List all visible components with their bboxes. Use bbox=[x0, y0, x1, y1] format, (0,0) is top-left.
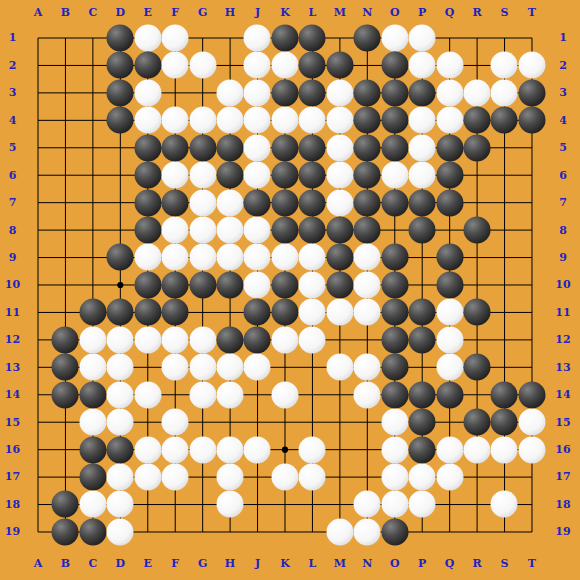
intersection-T14[interactable] bbox=[518, 381, 545, 408]
intersection-K4[interactable] bbox=[271, 107, 298, 134]
intersection-P7[interactable] bbox=[408, 189, 435, 216]
intersection-P3[interactable] bbox=[408, 79, 435, 106]
intersection-D11[interactable] bbox=[107, 299, 134, 326]
intersection-H14[interactable] bbox=[216, 381, 243, 408]
intersection-C7[interactable] bbox=[79, 189, 106, 216]
intersection-Q13[interactable] bbox=[436, 354, 463, 381]
intersection-E4[interactable] bbox=[134, 107, 161, 134]
intersection-O5[interactable] bbox=[381, 134, 408, 161]
intersection-M3[interactable] bbox=[326, 79, 353, 106]
intersection-A3[interactable] bbox=[24, 79, 51, 106]
intersection-R17[interactable] bbox=[463, 463, 490, 490]
intersection-N5[interactable] bbox=[354, 134, 381, 161]
intersection-S5[interactable] bbox=[491, 134, 518, 161]
intersection-D15[interactable] bbox=[107, 408, 134, 435]
intersection-Q16[interactable] bbox=[436, 436, 463, 463]
intersection-J14[interactable] bbox=[244, 381, 271, 408]
intersection-A5[interactable] bbox=[24, 134, 51, 161]
intersection-P8[interactable] bbox=[408, 216, 435, 243]
intersection-J17[interactable] bbox=[244, 463, 271, 490]
intersection-F4[interactable] bbox=[161, 107, 188, 134]
intersection-Q4[interactable] bbox=[436, 107, 463, 134]
intersection-L11[interactable] bbox=[299, 299, 326, 326]
intersection-P19[interactable] bbox=[408, 518, 435, 545]
intersection-A15[interactable] bbox=[24, 408, 51, 435]
intersection-T18[interactable] bbox=[518, 491, 545, 518]
intersection-H3[interactable] bbox=[216, 79, 243, 106]
intersection-K19[interactable] bbox=[271, 518, 298, 545]
intersection-S16[interactable] bbox=[491, 436, 518, 463]
intersection-M1[interactable] bbox=[326, 24, 353, 51]
intersection-J19[interactable] bbox=[244, 518, 271, 545]
intersection-T19[interactable] bbox=[518, 518, 545, 545]
intersection-L2[interactable] bbox=[299, 52, 326, 79]
intersection-S19[interactable] bbox=[491, 518, 518, 545]
intersection-A11[interactable] bbox=[24, 299, 51, 326]
intersection-S8[interactable] bbox=[491, 216, 518, 243]
intersection-L14[interactable] bbox=[299, 381, 326, 408]
intersection-P9[interactable] bbox=[408, 244, 435, 271]
intersection-F6[interactable] bbox=[161, 161, 188, 188]
intersection-T4[interactable] bbox=[518, 107, 545, 134]
intersection-K7[interactable] bbox=[271, 189, 298, 216]
intersection-N12[interactable] bbox=[354, 326, 381, 353]
intersection-F10[interactable] bbox=[161, 271, 188, 298]
intersection-G7[interactable] bbox=[189, 189, 216, 216]
intersection-G8[interactable] bbox=[189, 216, 216, 243]
intersection-T16[interactable] bbox=[518, 436, 545, 463]
intersection-A7[interactable] bbox=[24, 189, 51, 216]
intersection-T2[interactable] bbox=[518, 52, 545, 79]
intersection-K5[interactable] bbox=[271, 134, 298, 161]
intersection-K8[interactable] bbox=[271, 216, 298, 243]
intersection-M9[interactable] bbox=[326, 244, 353, 271]
intersection-E11[interactable] bbox=[134, 299, 161, 326]
intersection-A16[interactable] bbox=[24, 436, 51, 463]
intersection-B16[interactable] bbox=[52, 436, 79, 463]
intersection-F14[interactable] bbox=[161, 381, 188, 408]
intersection-L13[interactable] bbox=[299, 354, 326, 381]
intersection-R3[interactable] bbox=[463, 79, 490, 106]
intersection-C8[interactable] bbox=[79, 216, 106, 243]
intersection-D9[interactable] bbox=[107, 244, 134, 271]
intersection-S14[interactable] bbox=[491, 381, 518, 408]
intersection-K12[interactable] bbox=[271, 326, 298, 353]
intersection-T7[interactable] bbox=[518, 189, 545, 216]
intersection-O2[interactable] bbox=[381, 52, 408, 79]
intersection-R7[interactable] bbox=[463, 189, 490, 216]
intersection-O16[interactable] bbox=[381, 436, 408, 463]
intersection-Q18[interactable] bbox=[436, 491, 463, 518]
intersection-O1[interactable] bbox=[381, 24, 408, 51]
intersection-L4[interactable] bbox=[299, 107, 326, 134]
intersection-G16[interactable] bbox=[189, 436, 216, 463]
intersection-F9[interactable] bbox=[161, 244, 188, 271]
intersection-F17[interactable] bbox=[161, 463, 188, 490]
intersection-P1[interactable] bbox=[408, 24, 435, 51]
intersection-M2[interactable] bbox=[326, 52, 353, 79]
intersection-H19[interactable] bbox=[216, 518, 243, 545]
intersection-B15[interactable] bbox=[52, 408, 79, 435]
intersection-E12[interactable] bbox=[134, 326, 161, 353]
intersection-O15[interactable] bbox=[381, 408, 408, 435]
intersection-C6[interactable] bbox=[79, 161, 106, 188]
intersection-M11[interactable] bbox=[326, 299, 353, 326]
intersection-L19[interactable] bbox=[299, 518, 326, 545]
intersection-H13[interactable] bbox=[216, 354, 243, 381]
intersection-A14[interactable] bbox=[24, 381, 51, 408]
intersection-F11[interactable] bbox=[161, 299, 188, 326]
intersection-B14[interactable] bbox=[52, 381, 79, 408]
intersection-L7[interactable] bbox=[299, 189, 326, 216]
intersection-K14[interactable] bbox=[271, 381, 298, 408]
intersection-R2[interactable] bbox=[463, 52, 490, 79]
intersection-T13[interactable] bbox=[518, 354, 545, 381]
intersection-T8[interactable] bbox=[518, 216, 545, 243]
intersection-R14[interactable] bbox=[463, 381, 490, 408]
intersection-B13[interactable] bbox=[52, 354, 79, 381]
intersection-D14[interactable] bbox=[107, 381, 134, 408]
intersection-K11[interactable] bbox=[271, 299, 298, 326]
intersection-R19[interactable] bbox=[463, 518, 490, 545]
intersection-D19[interactable] bbox=[107, 518, 134, 545]
intersection-P2[interactable] bbox=[408, 52, 435, 79]
intersection-J16[interactable] bbox=[244, 436, 271, 463]
intersection-T1[interactable] bbox=[518, 24, 545, 51]
intersection-J4[interactable] bbox=[244, 107, 271, 134]
intersection-Q15[interactable] bbox=[436, 408, 463, 435]
intersection-Q17[interactable] bbox=[436, 463, 463, 490]
intersection-J8[interactable] bbox=[244, 216, 271, 243]
intersection-N14[interactable] bbox=[354, 381, 381, 408]
intersection-O17[interactable] bbox=[381, 463, 408, 490]
intersection-R1[interactable] bbox=[463, 24, 490, 51]
intersection-O3[interactable] bbox=[381, 79, 408, 106]
intersection-J13[interactable] bbox=[244, 354, 271, 381]
intersection-S13[interactable] bbox=[491, 354, 518, 381]
intersection-T11[interactable] bbox=[518, 299, 545, 326]
intersection-O10[interactable] bbox=[381, 271, 408, 298]
intersection-M12[interactable] bbox=[326, 326, 353, 353]
intersection-M6[interactable] bbox=[326, 161, 353, 188]
intersection-P4[interactable] bbox=[408, 107, 435, 134]
intersection-S6[interactable] bbox=[491, 161, 518, 188]
intersection-N8[interactable] bbox=[354, 216, 381, 243]
intersection-O12[interactable] bbox=[381, 326, 408, 353]
intersection-Q5[interactable] bbox=[436, 134, 463, 161]
intersection-G18[interactable] bbox=[189, 491, 216, 518]
intersection-S10[interactable] bbox=[491, 271, 518, 298]
intersection-N2[interactable] bbox=[354, 52, 381, 79]
intersection-G17[interactable] bbox=[189, 463, 216, 490]
intersection-C13[interactable] bbox=[79, 354, 106, 381]
intersection-A19[interactable] bbox=[24, 518, 51, 545]
intersection-D18[interactable] bbox=[107, 491, 134, 518]
intersection-D12[interactable] bbox=[107, 326, 134, 353]
intersection-P5[interactable] bbox=[408, 134, 435, 161]
intersection-B12[interactable] bbox=[52, 326, 79, 353]
intersection-C18[interactable] bbox=[79, 491, 106, 518]
intersection-C11[interactable] bbox=[79, 299, 106, 326]
intersection-Q2[interactable] bbox=[436, 52, 463, 79]
intersection-A12[interactable] bbox=[24, 326, 51, 353]
intersection-H6[interactable] bbox=[216, 161, 243, 188]
intersection-F2[interactable] bbox=[161, 52, 188, 79]
intersection-D13[interactable] bbox=[107, 354, 134, 381]
intersection-M15[interactable] bbox=[326, 408, 353, 435]
intersection-S15[interactable] bbox=[491, 408, 518, 435]
intersection-E7[interactable] bbox=[134, 189, 161, 216]
intersection-C10[interactable] bbox=[79, 271, 106, 298]
intersection-F18[interactable] bbox=[161, 491, 188, 518]
intersection-O9[interactable] bbox=[381, 244, 408, 271]
intersection-J3[interactable] bbox=[244, 79, 271, 106]
intersection-N6[interactable] bbox=[354, 161, 381, 188]
intersection-R4[interactable] bbox=[463, 107, 490, 134]
intersection-H18[interactable] bbox=[216, 491, 243, 518]
intersection-J9[interactable] bbox=[244, 244, 271, 271]
intersection-H7[interactable] bbox=[216, 189, 243, 216]
intersection-L9[interactable] bbox=[299, 244, 326, 271]
intersection-R12[interactable] bbox=[463, 326, 490, 353]
intersection-J11[interactable] bbox=[244, 299, 271, 326]
intersection-C3[interactable] bbox=[79, 79, 106, 106]
intersection-B1[interactable] bbox=[52, 24, 79, 51]
intersection-N13[interactable] bbox=[354, 354, 381, 381]
intersection-B19[interactable] bbox=[52, 518, 79, 545]
intersection-A8[interactable] bbox=[24, 216, 51, 243]
intersection-D3[interactable] bbox=[107, 79, 134, 106]
intersection-H2[interactable] bbox=[216, 52, 243, 79]
intersection-P10[interactable] bbox=[408, 271, 435, 298]
intersection-E2[interactable] bbox=[134, 52, 161, 79]
intersection-C14[interactable] bbox=[79, 381, 106, 408]
intersection-F12[interactable] bbox=[161, 326, 188, 353]
intersection-G1[interactable] bbox=[189, 24, 216, 51]
intersection-A17[interactable] bbox=[24, 463, 51, 490]
intersection-N17[interactable] bbox=[354, 463, 381, 490]
intersection-B6[interactable] bbox=[52, 161, 79, 188]
intersection-J15[interactable] bbox=[244, 408, 271, 435]
intersection-P18[interactable] bbox=[408, 491, 435, 518]
intersection-P17[interactable] bbox=[408, 463, 435, 490]
intersection-G9[interactable] bbox=[189, 244, 216, 271]
intersection-T3[interactable] bbox=[518, 79, 545, 106]
intersection-Q19[interactable] bbox=[436, 518, 463, 545]
intersection-D1[interactable] bbox=[107, 24, 134, 51]
intersection-N18[interactable] bbox=[354, 491, 381, 518]
intersection-G4[interactable] bbox=[189, 107, 216, 134]
intersection-K15[interactable] bbox=[271, 408, 298, 435]
intersection-B7[interactable] bbox=[52, 189, 79, 216]
intersection-L12[interactable] bbox=[299, 326, 326, 353]
intersection-S17[interactable] bbox=[491, 463, 518, 490]
intersection-H12[interactable] bbox=[216, 326, 243, 353]
intersection-S4[interactable] bbox=[491, 107, 518, 134]
intersection-C4[interactable] bbox=[79, 107, 106, 134]
intersection-L1[interactable] bbox=[299, 24, 326, 51]
intersection-H15[interactable] bbox=[216, 408, 243, 435]
intersection-N4[interactable] bbox=[354, 107, 381, 134]
intersection-H4[interactable] bbox=[216, 107, 243, 134]
intersection-M8[interactable] bbox=[326, 216, 353, 243]
intersection-R6[interactable] bbox=[463, 161, 490, 188]
intersection-D8[interactable] bbox=[107, 216, 134, 243]
intersection-O8[interactable] bbox=[381, 216, 408, 243]
intersection-R9[interactable] bbox=[463, 244, 490, 271]
intersection-K10[interactable] bbox=[271, 271, 298, 298]
intersection-K2[interactable] bbox=[271, 52, 298, 79]
intersection-T15[interactable] bbox=[518, 408, 545, 435]
intersection-H8[interactable] bbox=[216, 216, 243, 243]
intersection-D7[interactable] bbox=[107, 189, 134, 216]
intersection-G6[interactable] bbox=[189, 161, 216, 188]
intersection-E14[interactable] bbox=[134, 381, 161, 408]
intersection-N7[interactable] bbox=[354, 189, 381, 216]
intersection-S9[interactable] bbox=[491, 244, 518, 271]
intersection-H11[interactable] bbox=[216, 299, 243, 326]
intersection-R8[interactable] bbox=[463, 216, 490, 243]
intersection-Q11[interactable] bbox=[436, 299, 463, 326]
intersection-L8[interactable] bbox=[299, 216, 326, 243]
intersection-E19[interactable] bbox=[134, 518, 161, 545]
intersection-F7[interactable] bbox=[161, 189, 188, 216]
intersection-R5[interactable] bbox=[463, 134, 490, 161]
intersection-Q12[interactable] bbox=[436, 326, 463, 353]
intersection-H9[interactable] bbox=[216, 244, 243, 271]
intersection-B4[interactable] bbox=[52, 107, 79, 134]
intersection-M4[interactable] bbox=[326, 107, 353, 134]
intersection-M19[interactable] bbox=[326, 518, 353, 545]
intersection-D4[interactable] bbox=[107, 107, 134, 134]
intersection-E1[interactable] bbox=[134, 24, 161, 51]
intersection-B9[interactable] bbox=[52, 244, 79, 271]
intersection-K6[interactable] bbox=[271, 161, 298, 188]
intersection-R11[interactable] bbox=[463, 299, 490, 326]
intersection-E13[interactable] bbox=[134, 354, 161, 381]
intersection-B8[interactable] bbox=[52, 216, 79, 243]
intersection-T5[interactable] bbox=[518, 134, 545, 161]
intersection-S2[interactable] bbox=[491, 52, 518, 79]
intersection-D16[interactable] bbox=[107, 436, 134, 463]
intersection-O14[interactable] bbox=[381, 381, 408, 408]
intersection-N15[interactable] bbox=[354, 408, 381, 435]
intersection-S7[interactable] bbox=[491, 189, 518, 216]
intersection-J18[interactable] bbox=[244, 491, 271, 518]
intersection-Q3[interactable] bbox=[436, 79, 463, 106]
intersection-T10[interactable] bbox=[518, 271, 545, 298]
intersection-T9[interactable] bbox=[518, 244, 545, 271]
intersection-P11[interactable] bbox=[408, 299, 435, 326]
intersection-E8[interactable] bbox=[134, 216, 161, 243]
intersection-C19[interactable] bbox=[79, 518, 106, 545]
intersection-H1[interactable] bbox=[216, 24, 243, 51]
intersection-O11[interactable] bbox=[381, 299, 408, 326]
intersection-G5[interactable] bbox=[189, 134, 216, 161]
intersection-E6[interactable] bbox=[134, 161, 161, 188]
intersection-E9[interactable] bbox=[134, 244, 161, 271]
intersection-P15[interactable] bbox=[408, 408, 435, 435]
intersection-B5[interactable] bbox=[52, 134, 79, 161]
intersection-E10[interactable] bbox=[134, 271, 161, 298]
intersection-A1[interactable] bbox=[24, 24, 51, 51]
intersection-G3[interactable] bbox=[189, 79, 216, 106]
intersection-D5[interactable] bbox=[107, 134, 134, 161]
intersection-B18[interactable] bbox=[52, 491, 79, 518]
intersection-G15[interactable] bbox=[189, 408, 216, 435]
intersection-O6[interactable] bbox=[381, 161, 408, 188]
intersection-Q8[interactable] bbox=[436, 216, 463, 243]
intersection-M17[interactable] bbox=[326, 463, 353, 490]
intersection-B2[interactable] bbox=[52, 52, 79, 79]
intersection-F8[interactable] bbox=[161, 216, 188, 243]
intersection-J10[interactable] bbox=[244, 271, 271, 298]
intersection-T12[interactable] bbox=[518, 326, 545, 353]
intersection-F19[interactable] bbox=[161, 518, 188, 545]
intersection-A9[interactable] bbox=[24, 244, 51, 271]
intersection-B3[interactable] bbox=[52, 79, 79, 106]
intersection-J1[interactable] bbox=[244, 24, 271, 51]
intersection-K17[interactable] bbox=[271, 463, 298, 490]
intersection-M5[interactable] bbox=[326, 134, 353, 161]
intersection-H16[interactable] bbox=[216, 436, 243, 463]
intersection-R10[interactable] bbox=[463, 271, 490, 298]
intersection-F1[interactable] bbox=[161, 24, 188, 51]
intersection-H17[interactable] bbox=[216, 463, 243, 490]
intersection-A13[interactable] bbox=[24, 354, 51, 381]
intersection-G11[interactable] bbox=[189, 299, 216, 326]
intersection-K9[interactable] bbox=[271, 244, 298, 271]
intersection-B10[interactable] bbox=[52, 271, 79, 298]
intersection-F13[interactable] bbox=[161, 354, 188, 381]
intersection-E17[interactable] bbox=[134, 463, 161, 490]
intersection-L17[interactable] bbox=[299, 463, 326, 490]
intersection-A4[interactable] bbox=[24, 107, 51, 134]
intersection-Q7[interactable] bbox=[436, 189, 463, 216]
intersection-C17[interactable] bbox=[79, 463, 106, 490]
intersection-F16[interactable] bbox=[161, 436, 188, 463]
intersection-J2[interactable] bbox=[244, 52, 271, 79]
intersection-H10[interactable] bbox=[216, 271, 243, 298]
intersection-G10[interactable] bbox=[189, 271, 216, 298]
intersection-D6[interactable] bbox=[107, 161, 134, 188]
intersection-G19[interactable] bbox=[189, 518, 216, 545]
intersection-E15[interactable] bbox=[134, 408, 161, 435]
intersection-S12[interactable] bbox=[491, 326, 518, 353]
intersection-S3[interactable] bbox=[491, 79, 518, 106]
intersection-R15[interactable] bbox=[463, 408, 490, 435]
intersection-G2[interactable] bbox=[189, 52, 216, 79]
intersection-L5[interactable] bbox=[299, 134, 326, 161]
intersection-P16[interactable] bbox=[408, 436, 435, 463]
intersection-E5[interactable] bbox=[134, 134, 161, 161]
intersection-B11[interactable] bbox=[52, 299, 79, 326]
intersection-C1[interactable] bbox=[79, 24, 106, 51]
intersection-Q9[interactable] bbox=[436, 244, 463, 271]
intersection-C9[interactable] bbox=[79, 244, 106, 271]
intersection-J6[interactable] bbox=[244, 161, 271, 188]
intersection-C12[interactable] bbox=[79, 326, 106, 353]
intersection-O7[interactable] bbox=[381, 189, 408, 216]
intersection-C16[interactable] bbox=[79, 436, 106, 463]
intersection-F15[interactable] bbox=[161, 408, 188, 435]
intersection-P14[interactable] bbox=[408, 381, 435, 408]
intersection-R18[interactable] bbox=[463, 491, 490, 518]
intersection-R16[interactable] bbox=[463, 436, 490, 463]
intersection-F3[interactable] bbox=[161, 79, 188, 106]
intersection-C2[interactable] bbox=[79, 52, 106, 79]
intersection-B17[interactable] bbox=[52, 463, 79, 490]
